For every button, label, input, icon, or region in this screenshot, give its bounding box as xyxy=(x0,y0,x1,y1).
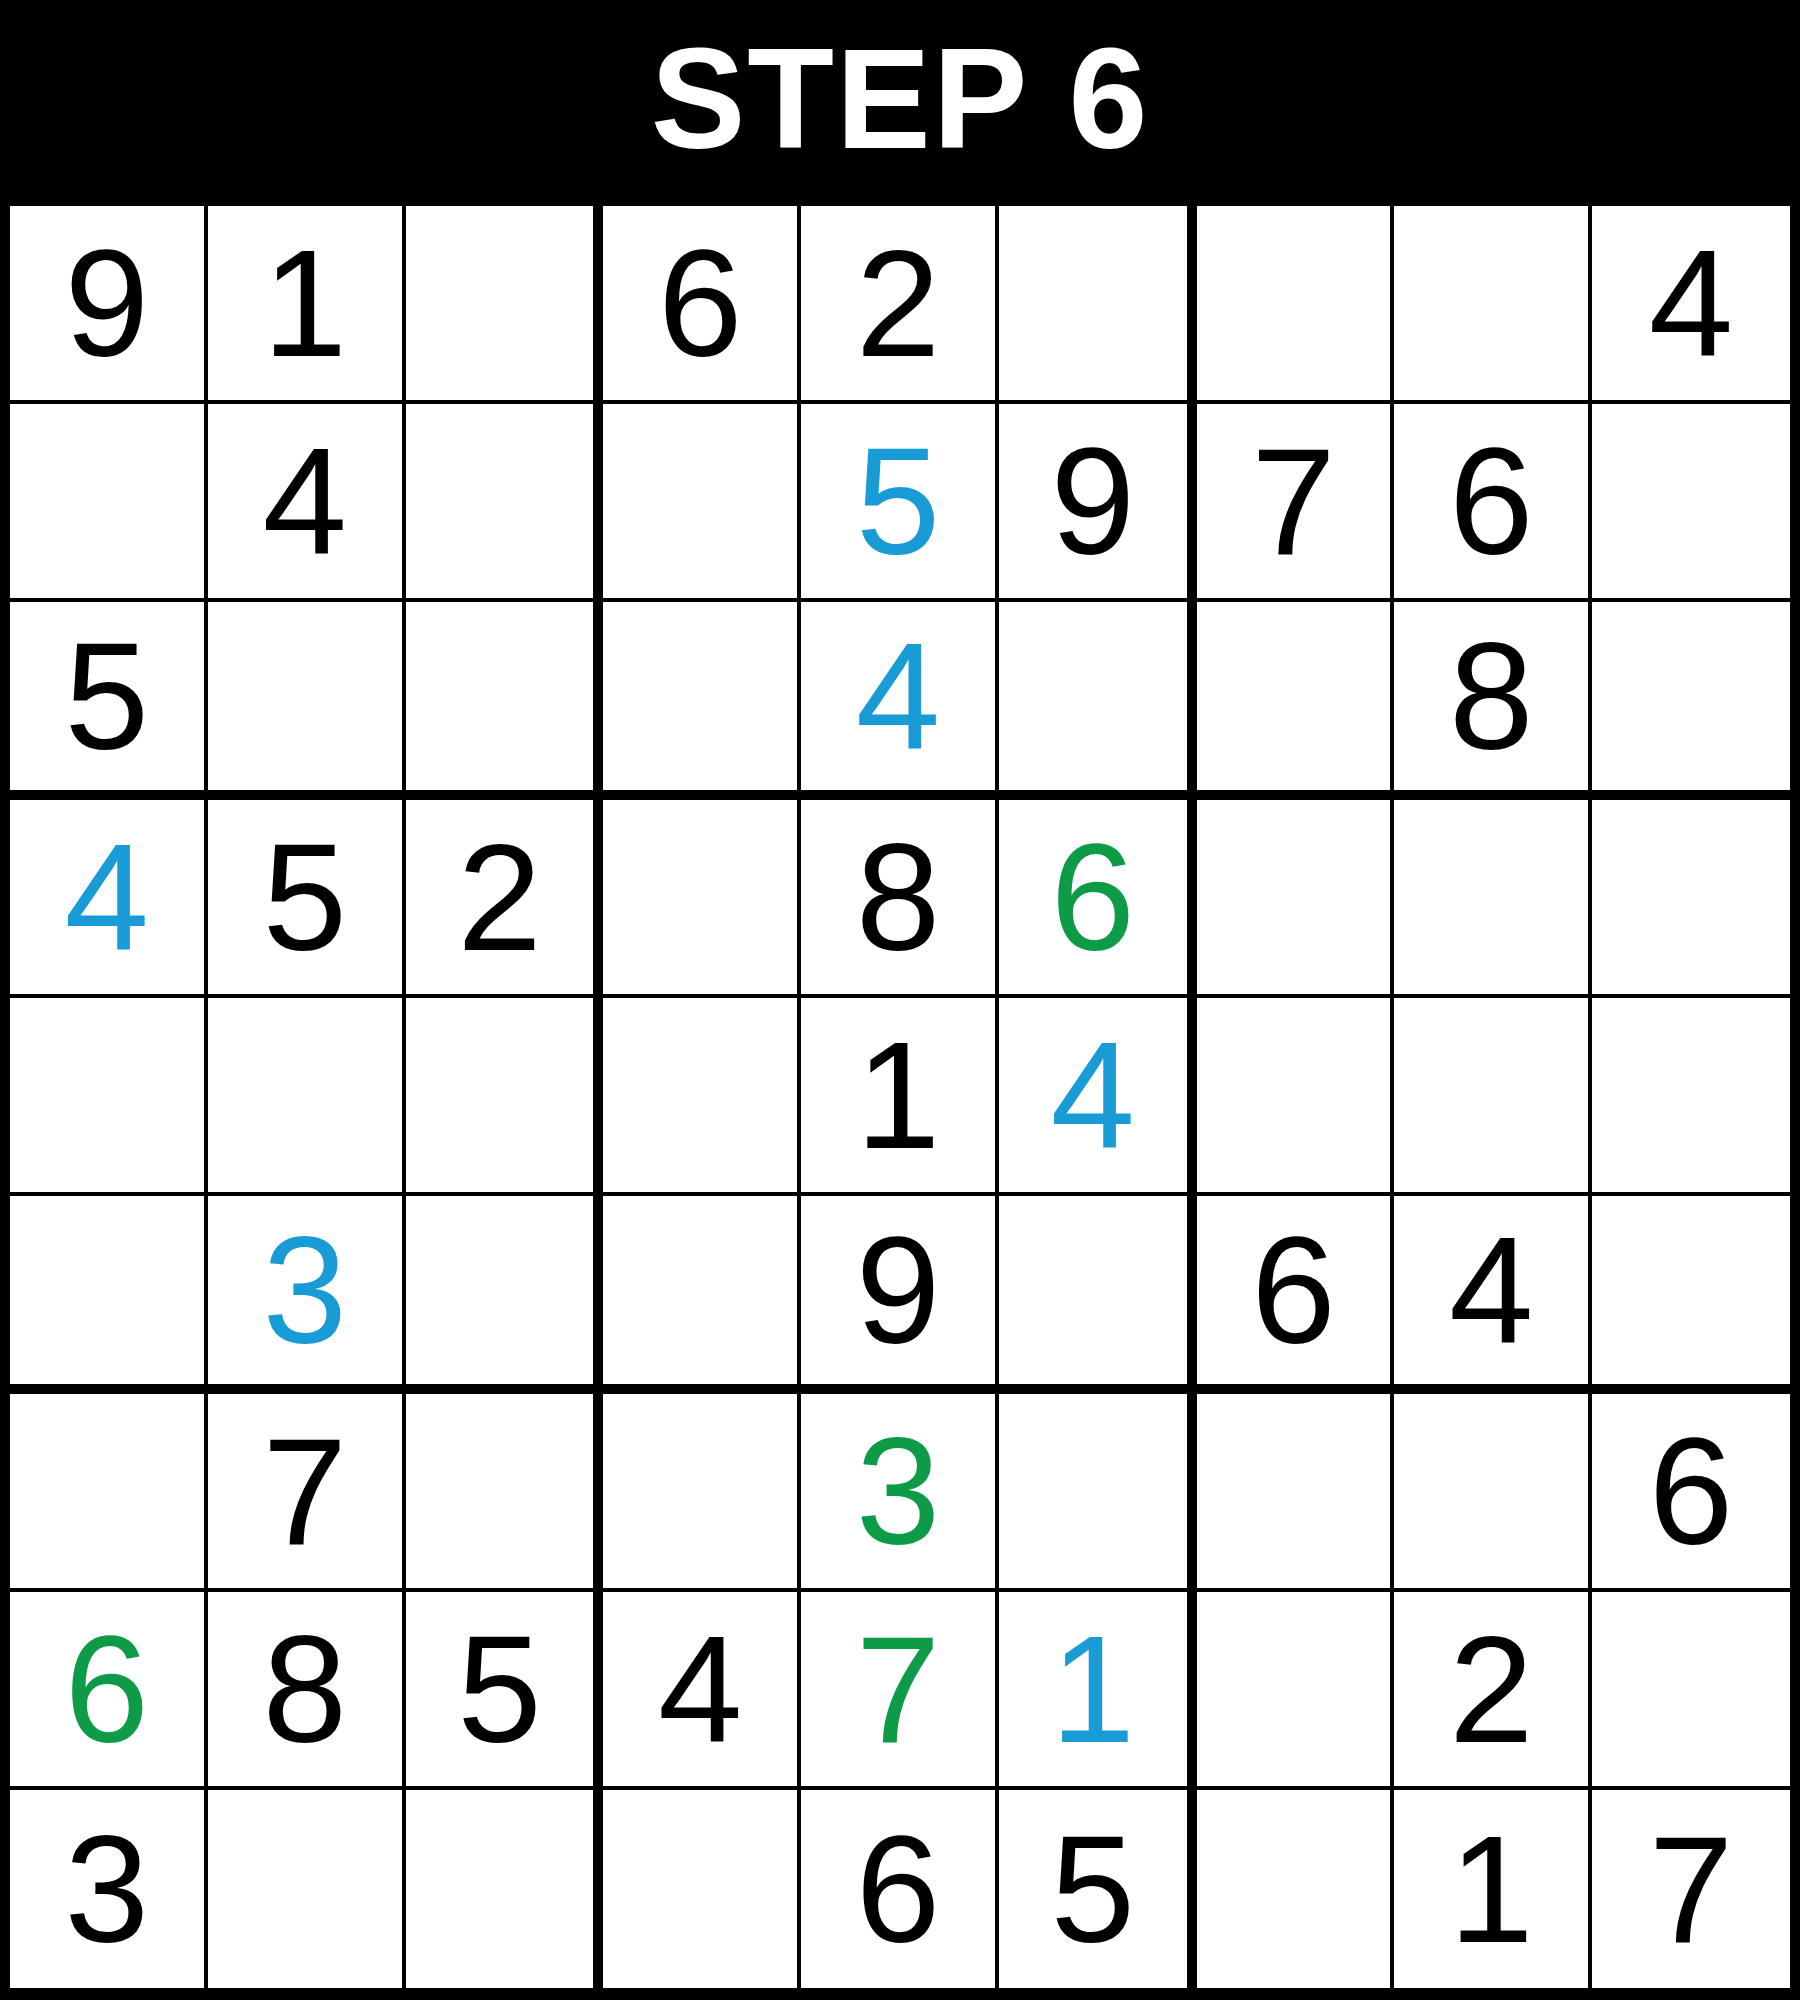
cell-r5c1[interactable] xyxy=(10,998,208,1196)
cell-r1c5[interactable]: 2 xyxy=(801,206,999,404)
cell-r5c4[interactable] xyxy=(603,998,801,1196)
cell-r9c9[interactable]: 7 xyxy=(1592,1790,1790,1988)
cell-r7c7[interactable] xyxy=(1197,1394,1395,1592)
cell-r1c7[interactable] xyxy=(1197,206,1395,404)
cell-r6c3[interactable] xyxy=(406,1196,604,1394)
cell-r5c6[interactable]: 4 xyxy=(999,998,1197,1196)
cell-r4c8[interactable] xyxy=(1394,800,1592,998)
cell-r2c7[interactable]: 7 xyxy=(1197,404,1395,602)
cell-r9c5[interactable]: 6 xyxy=(801,1790,999,1988)
cell-r3c1[interactable]: 5 xyxy=(10,602,208,800)
cell-r7c8[interactable] xyxy=(1394,1394,1592,1592)
cell-r8c8[interactable]: 2 xyxy=(1394,1592,1592,1790)
cell-r9c6[interactable]: 5 xyxy=(999,1790,1197,1988)
cell-r6c8[interactable]: 4 xyxy=(1394,1196,1592,1394)
cell-r6c1[interactable] xyxy=(10,1196,208,1394)
cell-r6c4[interactable] xyxy=(603,1196,801,1394)
cell-r4c7[interactable] xyxy=(1197,800,1395,998)
cell-r9c8[interactable]: 1 xyxy=(1394,1790,1592,1988)
cell-r3c8[interactable]: 8 xyxy=(1394,602,1592,800)
cell-r8c5[interactable]: 7 xyxy=(801,1592,999,1790)
cell-r3c2[interactable] xyxy=(208,602,406,800)
cell-r2c2[interactable]: 4 xyxy=(208,404,406,602)
cell-r9c2[interactable] xyxy=(208,1790,406,1988)
cell-r9c3[interactable] xyxy=(406,1790,604,1988)
cell-r4c9[interactable] xyxy=(1592,800,1790,998)
title-banner: STEP 6 xyxy=(0,0,1800,206)
cell-r3c6[interactable] xyxy=(999,602,1197,800)
cell-r1c1[interactable]: 9 xyxy=(10,206,208,404)
cell-r1c2[interactable]: 1 xyxy=(208,206,406,404)
cell-r7c9[interactable]: 6 xyxy=(1592,1394,1790,1592)
cell-r3c3[interactable] xyxy=(406,602,604,800)
cell-r1c4[interactable]: 6 xyxy=(603,206,801,404)
page-title: STEP 6 xyxy=(651,28,1150,170)
cell-r7c3[interactable] xyxy=(406,1394,604,1592)
cell-r6c2[interactable]: 3 xyxy=(208,1196,406,1394)
cell-r2c5[interactable]: 5 xyxy=(801,404,999,602)
cell-r8c7[interactable] xyxy=(1197,1592,1395,1790)
cell-r3c9[interactable] xyxy=(1592,602,1790,800)
cell-r4c4[interactable] xyxy=(603,800,801,998)
cell-r2c8[interactable]: 6 xyxy=(1394,404,1592,602)
cell-r8c4[interactable]: 4 xyxy=(603,1592,801,1790)
cell-r3c5[interactable]: 4 xyxy=(801,602,999,800)
cell-r2c9[interactable] xyxy=(1592,404,1790,602)
cell-r2c1[interactable] xyxy=(10,404,208,602)
cell-r4c1[interactable]: 4 xyxy=(10,800,208,998)
cell-r6c6[interactable] xyxy=(999,1196,1197,1394)
cell-r8c2[interactable]: 8 xyxy=(208,1592,406,1790)
cell-r5c7[interactable] xyxy=(1197,998,1395,1196)
cell-r7c5[interactable]: 3 xyxy=(801,1394,999,1592)
cell-r5c5[interactable]: 1 xyxy=(801,998,999,1196)
cell-r5c3[interactable] xyxy=(406,998,604,1196)
cell-r5c2[interactable] xyxy=(208,998,406,1196)
cell-r7c6[interactable] xyxy=(999,1394,1197,1592)
cell-r9c1[interactable]: 3 xyxy=(10,1790,208,1988)
cell-r3c4[interactable] xyxy=(603,602,801,800)
cell-r5c8[interactable] xyxy=(1394,998,1592,1196)
cell-r4c3[interactable]: 2 xyxy=(406,800,604,998)
cell-r2c4[interactable] xyxy=(603,404,801,602)
cell-r7c4[interactable] xyxy=(603,1394,801,1592)
cell-r8c3[interactable]: 5 xyxy=(406,1592,604,1790)
cell-r1c8[interactable] xyxy=(1394,206,1592,404)
cell-r8c6[interactable]: 1 xyxy=(999,1592,1197,1790)
cell-r6c9[interactable] xyxy=(1592,1196,1790,1394)
cell-r6c5[interactable]: 9 xyxy=(801,1196,999,1394)
cell-r1c9[interactable]: 4 xyxy=(1592,206,1790,404)
cell-r8c9[interactable] xyxy=(1592,1592,1790,1790)
cell-r9c7[interactable] xyxy=(1197,1790,1395,1988)
cell-r4c5[interactable]: 8 xyxy=(801,800,999,998)
cell-r7c2[interactable]: 7 xyxy=(208,1394,406,1592)
cell-r4c2[interactable]: 5 xyxy=(208,800,406,998)
cell-r2c3[interactable] xyxy=(406,404,604,602)
cell-r7c1[interactable] xyxy=(10,1394,208,1592)
cell-r4c6[interactable]: 6 xyxy=(999,800,1197,998)
cell-r1c3[interactable] xyxy=(406,206,604,404)
cell-r2c6[interactable]: 9 xyxy=(999,404,1197,602)
cell-r5c9[interactable] xyxy=(1592,998,1790,1196)
cell-r3c7[interactable] xyxy=(1197,602,1395,800)
sudoku-board: 9 1 6 2 4 4 5 9 7 6 5 4 8 4 5 2 8 6 1 4 … xyxy=(10,206,1790,1988)
cell-r9c4[interactable] xyxy=(603,1790,801,1988)
cell-r1c6[interactable] xyxy=(999,206,1197,404)
cell-r8c1[interactable]: 6 xyxy=(10,1592,208,1790)
cell-r6c7[interactable]: 6 xyxy=(1197,1196,1395,1394)
